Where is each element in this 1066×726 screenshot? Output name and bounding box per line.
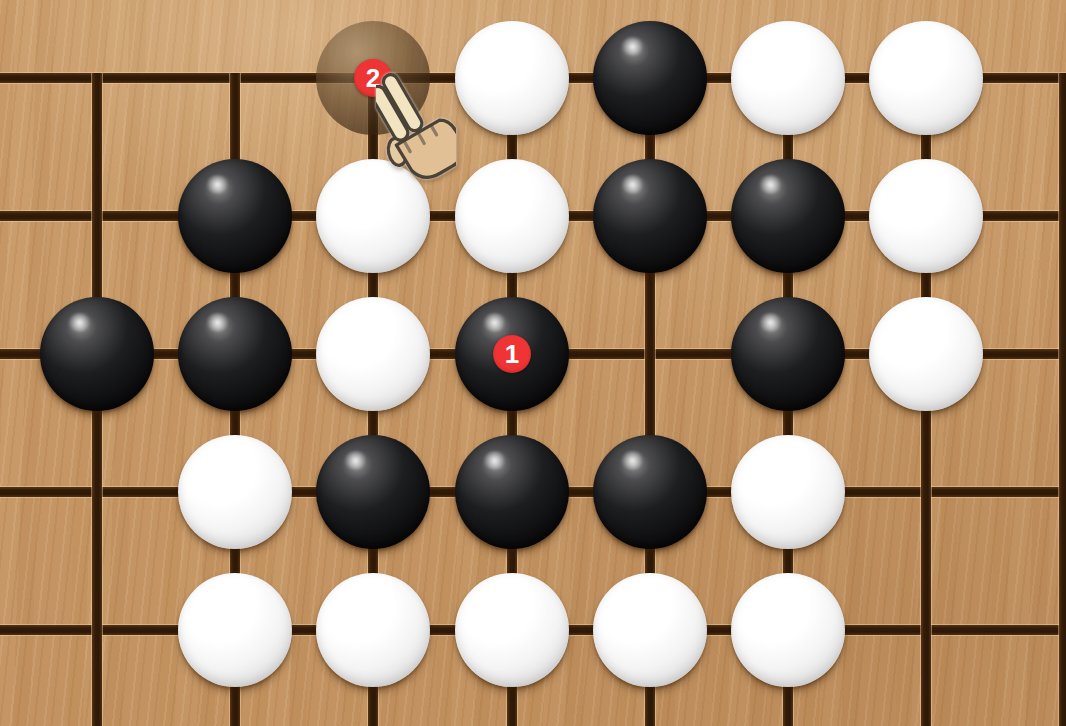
grid-vline-7 [1059, 73, 1066, 726]
black-stone [731, 297, 845, 411]
black-stone [178, 159, 292, 273]
white-stone [316, 573, 430, 687]
two-finger-tap-hand-icon [376, 70, 456, 186]
white-stone [178, 435, 292, 549]
white-stone [455, 21, 569, 135]
white-stone [869, 159, 983, 273]
black-stone [731, 159, 845, 273]
black-stone [316, 435, 430, 549]
move-number-badge: 1 [493, 335, 531, 373]
white-stone [731, 21, 845, 135]
white-stone [869, 297, 983, 411]
black-stone [593, 159, 707, 273]
white-stone [178, 573, 292, 687]
black-stone [593, 21, 707, 135]
black-stone [178, 297, 292, 411]
black-stone [455, 435, 569, 549]
black-stone [40, 297, 154, 411]
white-stone [869, 21, 983, 135]
go-board[interactable]: 12 [0, 0, 1066, 726]
white-stone [316, 297, 430, 411]
white-stone [593, 573, 707, 687]
white-stone [731, 573, 845, 687]
white-stone [731, 435, 845, 549]
white-stone [455, 159, 569, 273]
white-stone [455, 573, 569, 687]
black-stone [593, 435, 707, 549]
